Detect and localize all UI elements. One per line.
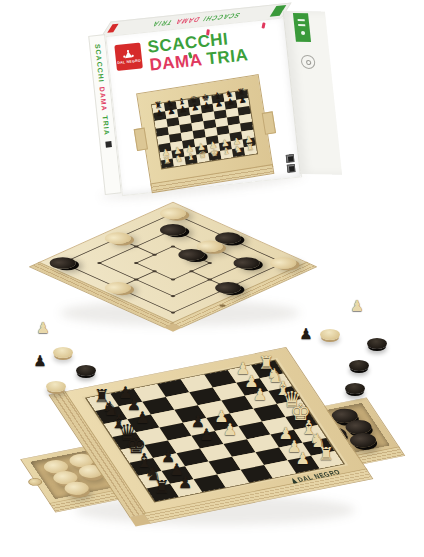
chess-piece-black: ♜ — [150, 478, 174, 496]
chess-piece-white: ♟ — [291, 451, 315, 467]
product-photo-scene: SCACCHI DAMA TRIA SCACCHI DAMA TRIA — [0, 0, 424, 557]
chess-pieces-layer: ♜♞♝♛♚♝♞♜♟♟♟♟♟♟♟♟♟♟♟♟♟♟♟♟♜♞♝♛♚♝♞♜ — [0, 0, 424, 557]
chess-piece-white: ♜ — [314, 445, 338, 463]
chess-piece-black: ♟ — [173, 475, 197, 491]
chess-piece-white: ♟ — [218, 422, 242, 438]
chess-piece-white: ♟ — [248, 387, 272, 403]
chess-piece-black: ♟ — [195, 427, 219, 443]
